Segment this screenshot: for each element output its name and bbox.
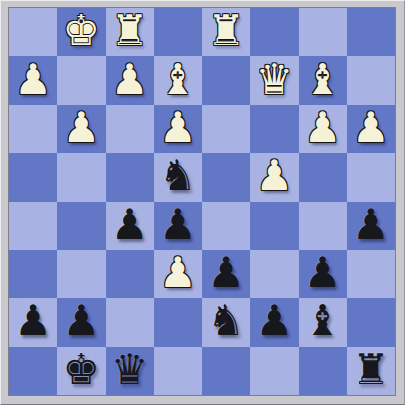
square-a6[interactable] — [9, 105, 57, 153]
piece-black-pawn[interactable]: ♟ — [14, 300, 52, 342]
square-d2[interactable] — [154, 298, 202, 346]
piece-white-pawn[interactable]: ♟ — [159, 252, 197, 294]
piece-white-pawn[interactable]: ♟ — [111, 59, 149, 101]
square-f5[interactable]: ♟ — [250, 153, 298, 201]
square-c8[interactable]: ♜ — [106, 8, 154, 56]
square-f4[interactable] — [250, 202, 298, 250]
piece-black-pawn[interactable]: ♟ — [352, 204, 390, 246]
square-a3[interactable] — [9, 250, 57, 298]
square-h7[interactable] — [347, 56, 395, 104]
piece-black-pawn[interactable]: ♟ — [111, 204, 149, 246]
square-b2[interactable]: ♟ — [57, 298, 105, 346]
square-g1[interactable] — [299, 347, 347, 395]
piece-white-pawn[interactable]: ♟ — [304, 107, 342, 149]
piece-black-rook[interactable]: ♜ — [352, 349, 390, 391]
piece-black-queen[interactable]: ♛ — [111, 349, 149, 391]
square-c5[interactable] — [106, 153, 154, 201]
square-h3[interactable] — [347, 250, 395, 298]
piece-black-king[interactable]: ♚ — [63, 349, 101, 391]
square-f1[interactable] — [250, 347, 298, 395]
piece-white-pawn[interactable]: ♟ — [352, 107, 390, 149]
piece-black-knight[interactable]: ♞ — [207, 300, 245, 342]
square-e3[interactable]: ♟ — [202, 250, 250, 298]
square-f6[interactable] — [250, 105, 298, 153]
square-c6[interactable] — [106, 105, 154, 153]
piece-black-knight[interactable]: ♞ — [159, 155, 197, 197]
piece-black-pawn[interactable]: ♟ — [304, 252, 342, 294]
square-g8[interactable] — [299, 8, 347, 56]
piece-black-pawn[interactable]: ♟ — [159, 204, 197, 246]
square-g3[interactable]: ♟ — [299, 250, 347, 298]
square-f8[interactable] — [250, 8, 298, 56]
square-d1[interactable] — [154, 347, 202, 395]
piece-white-bishop[interactable]: ♝ — [304, 59, 342, 101]
square-e5[interactable] — [202, 153, 250, 201]
chess-board: ♚♜♜♟♟♝♛♝♟♟♟♟♞♟♟♟♟♟♟♟♟♟♞♟♝♚♛♜ — [8, 7, 396, 396]
square-b4[interactable] — [57, 202, 105, 250]
piece-white-pawn[interactable]: ♟ — [14, 59, 52, 101]
square-e2[interactable]: ♞ — [202, 298, 250, 346]
square-b3[interactable] — [57, 250, 105, 298]
square-e8[interactable]: ♜ — [202, 8, 250, 56]
square-e1[interactable] — [202, 347, 250, 395]
piece-white-pawn[interactable]: ♟ — [159, 107, 197, 149]
piece-white-bishop[interactable]: ♝ — [159, 59, 197, 101]
square-g6[interactable]: ♟ — [299, 105, 347, 153]
square-g4[interactable] — [299, 202, 347, 250]
square-e6[interactable] — [202, 105, 250, 153]
square-a5[interactable] — [9, 153, 57, 201]
square-a8[interactable] — [9, 8, 57, 56]
square-c3[interactable] — [106, 250, 154, 298]
square-b6[interactable]: ♟ — [57, 105, 105, 153]
square-b5[interactable] — [57, 153, 105, 201]
square-d6[interactable]: ♟ — [154, 105, 202, 153]
square-a7[interactable]: ♟ — [9, 56, 57, 104]
piece-white-pawn[interactable]: ♟ — [256, 155, 294, 197]
square-b8[interactable]: ♚ — [57, 8, 105, 56]
square-c1[interactable]: ♛ — [106, 347, 154, 395]
square-c2[interactable] — [106, 298, 154, 346]
square-e7[interactable] — [202, 56, 250, 104]
piece-black-bishop[interactable]: ♝ — [304, 300, 342, 342]
square-a1[interactable] — [9, 347, 57, 395]
piece-white-king[interactable]: ♚ — [63, 10, 101, 52]
square-d4[interactable]: ♟ — [154, 202, 202, 250]
square-h6[interactable]: ♟ — [347, 105, 395, 153]
square-h4[interactable]: ♟ — [347, 202, 395, 250]
square-g2[interactable]: ♝ — [299, 298, 347, 346]
piece-black-pawn[interactable]: ♟ — [256, 300, 294, 342]
square-f7[interactable]: ♛ — [250, 56, 298, 104]
piece-black-pawn[interactable]: ♟ — [207, 252, 245, 294]
piece-white-pawn[interactable]: ♟ — [63, 107, 101, 149]
square-d3[interactable]: ♟ — [154, 250, 202, 298]
piece-white-queen[interactable]: ♛ — [256, 59, 294, 101]
square-a4[interactable] — [9, 202, 57, 250]
piece-white-rook[interactable]: ♜ — [207, 10, 245, 52]
square-d7[interactable]: ♝ — [154, 56, 202, 104]
board-frame: ♚♜♜♟♟♝♛♝♟♟♟♟♞♟♟♟♟♟♟♟♟♟♞♟♝♚♛♜ — [0, 0, 405, 405]
square-g5[interactable] — [299, 153, 347, 201]
square-a2[interactable]: ♟ — [9, 298, 57, 346]
square-f3[interactable] — [250, 250, 298, 298]
square-b1[interactable]: ♚ — [57, 347, 105, 395]
square-b7[interactable] — [57, 56, 105, 104]
square-h8[interactable] — [347, 8, 395, 56]
square-d5[interactable]: ♞ — [154, 153, 202, 201]
square-c7[interactable]: ♟ — [106, 56, 154, 104]
square-f2[interactable]: ♟ — [250, 298, 298, 346]
square-e4[interactable] — [202, 202, 250, 250]
piece-white-rook[interactable]: ♜ — [111, 10, 149, 52]
square-h1[interactable]: ♜ — [347, 347, 395, 395]
square-d8[interactable] — [154, 8, 202, 56]
square-h2[interactable] — [347, 298, 395, 346]
square-c4[interactable]: ♟ — [106, 202, 154, 250]
piece-black-pawn[interactable]: ♟ — [63, 300, 101, 342]
square-g7[interactable]: ♝ — [299, 56, 347, 104]
square-h5[interactable] — [347, 153, 395, 201]
